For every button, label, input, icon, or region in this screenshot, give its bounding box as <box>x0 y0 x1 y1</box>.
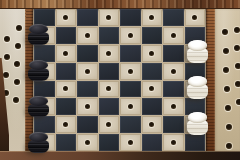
square-c1r7[interactable] <box>34 116 55 133</box>
peg-hole <box>171 69 176 74</box>
square-c7r6[interactable] <box>163 98 184 115</box>
square-c4r8[interactable] <box>99 134 120 151</box>
square-c4r6[interactable] <box>99 98 120 115</box>
square-c5r1[interactable] <box>120 9 141 26</box>
frame-top-wood <box>0 0 240 9</box>
peg-hole <box>128 140 133 145</box>
tray-peg-hole <box>234 45 240 51</box>
peg-hole <box>128 69 133 74</box>
peg-hole <box>171 104 176 109</box>
square-c3r5[interactable] <box>77 81 98 98</box>
square-c6r5[interactable] <box>142 81 163 98</box>
square-c4r3[interactable] <box>99 45 120 62</box>
square-c4r1[interactable] <box>99 9 120 26</box>
square-c3r3[interactable] <box>77 45 98 62</box>
square-c3r2[interactable] <box>77 27 98 44</box>
piece-top-face <box>188 112 207 123</box>
tray-peg-hole <box>234 27 240 33</box>
tray-peg-hole <box>236 99 240 105</box>
tray-peg-hole <box>3 72 9 78</box>
checkers-board-photo <box>0 0 240 160</box>
square-c3r1[interactable] <box>77 9 98 26</box>
square-c4r2[interactable] <box>99 27 120 44</box>
checker-piece-white[interactable] <box>187 112 208 135</box>
square-c7r7[interactable] <box>163 116 184 133</box>
tray-peg-hole <box>15 43 21 49</box>
square-c5r3[interactable] <box>120 45 141 62</box>
square-c2r2[interactable] <box>56 27 77 44</box>
peg-hole <box>106 51 111 56</box>
peg-hole <box>63 51 68 56</box>
square-c7r5[interactable] <box>163 81 184 98</box>
peg-hole <box>85 69 90 74</box>
square-c1r5[interactable] <box>34 81 55 98</box>
piece-top-face <box>188 76 207 87</box>
square-c5r6[interactable] <box>120 98 141 115</box>
square-c3r8[interactable] <box>77 134 98 151</box>
piece-top-face <box>29 24 48 34</box>
checker-piece-black[interactable] <box>28 24 49 45</box>
tray-peg-hole <box>16 25 22 31</box>
peg-hole <box>106 122 111 127</box>
peg-hole <box>63 86 68 91</box>
peg-hole <box>192 15 197 20</box>
piece-top-face <box>29 96 48 106</box>
square-c8r1[interactable] <box>185 9 206 26</box>
checker-piece-black[interactable] <box>28 132 49 153</box>
square-c6r7[interactable] <box>142 116 163 133</box>
tray-peg-hole <box>226 143 232 149</box>
peg-hole <box>63 15 68 20</box>
peg-hole <box>106 86 111 91</box>
square-c4r4[interactable] <box>99 63 120 80</box>
square-c2r7[interactable] <box>56 116 77 133</box>
square-c4r7[interactable] <box>99 116 120 133</box>
checker-piece-white[interactable] <box>187 76 208 99</box>
peg-hole <box>171 140 176 145</box>
tray-peg-hole <box>4 36 10 42</box>
square-c5r5[interactable] <box>120 81 141 98</box>
square-c6r1[interactable] <box>142 9 163 26</box>
checker-piece-black[interactable] <box>28 60 49 81</box>
piece-top-face <box>188 40 207 51</box>
tray-peg-hole <box>222 29 228 35</box>
square-c6r3[interactable] <box>142 45 163 62</box>
peg-hole <box>85 104 90 109</box>
peg-hole <box>85 33 90 38</box>
peg-hole <box>149 15 154 20</box>
tray-peg-hole <box>235 81 240 87</box>
square-c6r6[interactable] <box>142 98 163 115</box>
square-c7r8[interactable] <box>163 134 184 151</box>
tray-peg-hole <box>223 67 229 73</box>
square-c6r4[interactable] <box>142 63 163 80</box>
square-c2r6[interactable] <box>56 98 77 115</box>
square-c4r5[interactable] <box>99 81 120 98</box>
checker-piece-black[interactable] <box>28 96 49 117</box>
tray-peg-hole <box>225 105 231 111</box>
tray-peg-hole <box>226 124 232 130</box>
peg-hole <box>85 140 90 145</box>
piece-top-face <box>29 132 48 142</box>
square-c5r4[interactable] <box>120 63 141 80</box>
checker-piece-white[interactable] <box>187 40 208 63</box>
tray-peg-hole <box>13 97 19 103</box>
peg-hole <box>171 33 176 38</box>
tray-peg-hole <box>14 79 20 85</box>
checkers-board <box>33 8 206 152</box>
peg-hole <box>149 122 154 127</box>
square-c7r3[interactable] <box>163 45 184 62</box>
square-c2r1[interactable] <box>56 9 77 26</box>
square-c7r1[interactable] <box>163 9 184 26</box>
tray-peg-hole <box>14 61 20 67</box>
square-c6r2[interactable] <box>142 27 163 44</box>
square-c3r7[interactable] <box>77 116 98 133</box>
piece-top-face <box>29 60 48 70</box>
square-c7r2[interactable] <box>163 27 184 44</box>
tray-peg-hole <box>4 54 10 60</box>
square-c5r7[interactable] <box>120 116 141 133</box>
peg-hole <box>63 122 68 127</box>
square-c5r8[interactable] <box>120 134 141 151</box>
square-c8r8[interactable] <box>185 134 206 151</box>
peg-hole <box>128 104 133 109</box>
square-c3r6[interactable] <box>77 98 98 115</box>
peg-hole <box>128 33 133 38</box>
square-c5r2[interactable] <box>120 27 141 44</box>
square-c2r5[interactable] <box>56 81 77 98</box>
tray-peg-hole <box>235 63 240 69</box>
square-c3r4[interactable] <box>77 63 98 80</box>
tray-peg-hole <box>224 86 230 92</box>
right-storage-tray <box>213 8 240 152</box>
peg-hole <box>106 15 111 20</box>
square-c7r4[interactable] <box>163 63 184 80</box>
square-c6r8[interactable] <box>142 134 163 151</box>
square-c2r3[interactable] <box>56 45 77 62</box>
square-c2r8[interactable] <box>56 134 77 151</box>
peg-hole <box>149 51 154 56</box>
peg-hole <box>149 86 154 91</box>
tray-peg-hole <box>223 48 229 54</box>
square-c2r4[interactable] <box>56 63 77 80</box>
